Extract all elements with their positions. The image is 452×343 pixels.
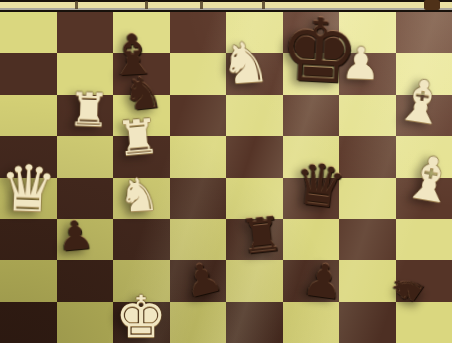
square-b2[interactable] (57, 260, 114, 301)
square-h3[interactable] (396, 219, 452, 260)
square-d4[interactable] (170, 178, 227, 219)
square-d6[interactable] (170, 95, 227, 136)
square-c3[interactable] (113, 219, 170, 260)
square-e2[interactable] (226, 260, 283, 301)
black-queen-f4[interactable]: ♛ (290, 154, 349, 218)
square-a1[interactable] (0, 302, 57, 343)
square-b8[interactable] (57, 12, 114, 53)
square-d1[interactable] (170, 302, 227, 343)
square-a7[interactable] (0, 53, 57, 94)
white-rook-b6[interactable]: ♜ (67, 86, 110, 133)
square-h1[interactable] (396, 302, 452, 343)
square-d7[interactable] (170, 53, 227, 94)
frame-hinge-mark (200, 1, 203, 9)
white-rook-c5[interactable]: ♜ (114, 111, 161, 163)
white-bishop-h4[interactable]: ♝ (399, 145, 452, 213)
square-a6[interactable] (0, 95, 57, 136)
square-b5[interactable] (57, 136, 114, 177)
chess-photo: ♝♚♞♟♜♞♝♜♛♞♛♝♟♜♟♟♞♚ (0, 0, 452, 343)
black-rook-e3[interactable]: ♜ (238, 209, 286, 261)
white-queen-a4[interactable]: ♛ (0, 156, 58, 222)
square-d3[interactable] (170, 219, 227, 260)
board-top-frame (0, 0, 452, 12)
square-g4[interactable] (339, 178, 396, 219)
black-pawn-f2[interactable]: ♟ (300, 255, 347, 306)
white-knight-c4[interactable]: ♞ (117, 171, 161, 219)
square-e6[interactable] (226, 95, 283, 136)
square-d5[interactable] (170, 136, 227, 177)
white-king-c1[interactable]: ♚ (115, 288, 167, 343)
square-a8[interactable] (0, 12, 57, 53)
square-g1[interactable] (339, 302, 396, 343)
frame-hinge-mark (75, 1, 78, 9)
square-a2[interactable] (0, 260, 57, 301)
white-knight-e7[interactable]: ♞ (218, 34, 272, 93)
white-bishop-h6[interactable]: ♝ (391, 69, 451, 134)
frame-hinge-mark (145, 1, 148, 9)
square-b1[interactable] (57, 302, 114, 343)
background-object (424, 0, 440, 10)
frame-hinge-mark (262, 1, 265, 9)
black-pawn-b3[interactable]: ♟ (56, 214, 95, 257)
square-e5[interactable] (226, 136, 283, 177)
white-pawn-g7[interactable]: ♟ (340, 41, 381, 86)
square-e1[interactable] (226, 302, 283, 343)
square-g3[interactable] (339, 219, 396, 260)
square-h8[interactable] (396, 12, 452, 53)
